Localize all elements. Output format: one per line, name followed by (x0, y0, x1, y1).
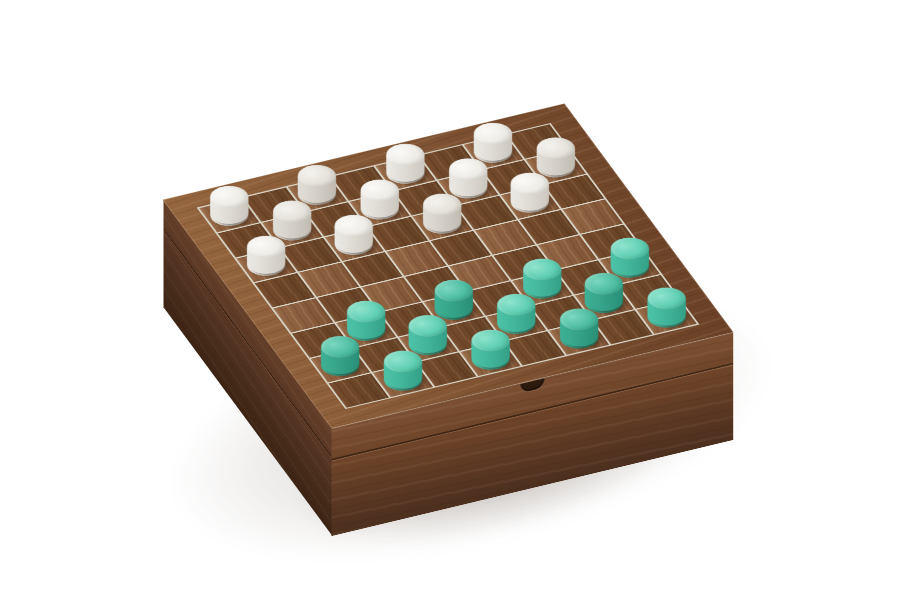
product-photo-stage (0, 0, 900, 600)
teal-stone-piece[interactable] (466, 345, 516, 373)
white-marble-piece[interactable] (505, 188, 555, 216)
white-marble-piece[interactable] (241, 251, 291, 279)
checkers-box (163, 104, 734, 429)
square-a8[interactable] (199, 198, 259, 232)
teal-stone-piece[interactable] (554, 324, 604, 352)
teal-stone-piece[interactable] (642, 303, 692, 331)
teal-stone-piece[interactable] (378, 366, 428, 394)
white-marble-piece[interactable] (417, 209, 467, 237)
white-marble-piece[interactable] (204, 201, 254, 229)
thumb-notch[interactable] (520, 378, 544, 393)
teal-stone-piece[interactable] (315, 351, 365, 379)
white-marble-piece[interactable] (329, 230, 379, 258)
